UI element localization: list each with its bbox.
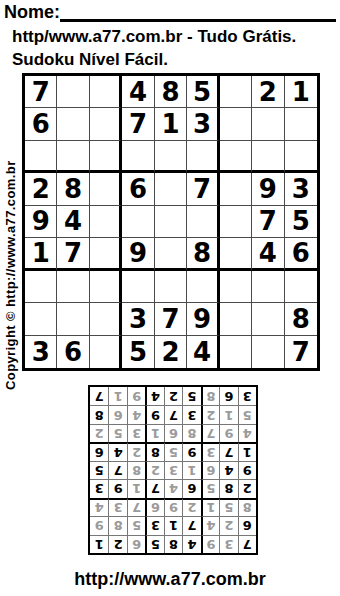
solution-cell-r7c6: 1 [145, 424, 163, 442]
cell-r9c3[interactable] [90, 336, 122, 368]
solution-cell-r4c8: 9 [108, 479, 126, 497]
solution-cell-r4c7: 1 [127, 479, 145, 497]
solution-cell-r4c2: 8 [219, 479, 237, 497]
cell-r8c6[interactable]: 9 [187, 303, 219, 335]
cell-r7c7[interactable] [220, 271, 252, 303]
solution-cell-r3c6: 6 [145, 498, 163, 516]
solution-cell-r6c8: 4 [108, 442, 126, 460]
cell-r7c3[interactable] [90, 271, 122, 303]
cell-r4c8[interactable]: 9 [252, 173, 284, 205]
difficulty-header: Sudoku Nível Fácil. [12, 50, 168, 70]
solution-cell-r9c1: 3 [238, 387, 256, 405]
solution-cell-r5c6: 2 [145, 461, 163, 479]
cell-r5c4[interactable] [122, 206, 154, 238]
solution-cell-r7c9: 2 [90, 424, 108, 442]
cell-r6c9[interactable]: 6 [285, 238, 317, 270]
solution-cell-r8c5: 7 [164, 405, 182, 423]
cell-r1c6[interactable]: 5 [187, 76, 219, 108]
cell-r1c2[interactable] [57, 76, 89, 108]
cell-r7c6[interactable] [187, 271, 219, 303]
solution-cell-r9c2: 6 [219, 387, 237, 405]
cell-r1c8[interactable]: 2 [252, 76, 284, 108]
solution-cell-r2c1: 6 [238, 516, 256, 534]
cell-r2c3[interactable] [90, 108, 122, 140]
solution-cell-r3c7: 7 [127, 498, 145, 516]
cell-r8c3[interactable] [90, 303, 122, 335]
cell-r6c8[interactable]: 4 [252, 238, 284, 270]
cell-r1c7[interactable] [220, 76, 252, 108]
solution-cell-r8c3: 2 [201, 405, 219, 423]
solution-cell-r3c4: 2 [182, 498, 200, 516]
cell-r7c4[interactable] [122, 271, 154, 303]
cell-r8c9[interactable]: 8 [285, 303, 317, 335]
solution-cell-r6c6: 8 [145, 442, 163, 460]
solution-cell-r7c5: 6 [164, 424, 182, 442]
solution-cell-r8c1: 5 [238, 405, 256, 423]
cell-r9c6[interactable]: 4 [187, 336, 219, 368]
solution-cell-r1c6: 5 [145, 535, 163, 553]
solution-cell-r2c2: 2 [219, 516, 237, 534]
cell-r4c2[interactable]: 8 [57, 173, 89, 205]
cell-r2c9[interactable] [285, 108, 317, 140]
solution-cell-r7c8: 5 [108, 424, 126, 442]
solution-cell-r7c3: 7 [201, 424, 219, 442]
solution-cell-r5c2: 4 [219, 461, 237, 479]
solution-cell-r4c3: 5 [201, 479, 219, 497]
site-header: http/www.a77.com.br - Tudo Grátis. [12, 27, 296, 47]
cell-r8c1[interactable] [25, 303, 57, 335]
cell-r6c4[interactable]: 9 [122, 238, 154, 270]
solution-cell-r2c9: 9 [90, 516, 108, 534]
solution-cell-r9c8: 1 [108, 387, 126, 405]
cell-r8c7[interactable] [220, 303, 252, 335]
solution-cell-r4c1: 2 [238, 479, 256, 497]
solution-cell-r1c4: 4 [182, 535, 200, 553]
sudoku-printable-page: Nome: http/www.a77.com.br - Tudo Grátis.… [0, 0, 340, 596]
cell-r3c3[interactable] [90, 141, 122, 173]
solution-cell-r8c7: 4 [127, 405, 145, 423]
cell-r6c7[interactable] [220, 238, 252, 270]
cell-r5c3[interactable] [90, 206, 122, 238]
cell-r4c6[interactable]: 7 [187, 173, 219, 205]
solution-cell-r1c7: 6 [127, 535, 145, 553]
cell-r7c8[interactable] [252, 271, 284, 303]
cell-r4c7[interactable] [220, 173, 252, 205]
cell-r9c7[interactable] [220, 336, 252, 368]
cell-r7c9[interactable] [285, 271, 317, 303]
cell-r6c1[interactable]: 1 [25, 238, 57, 270]
cell-r5c5[interactable] [155, 206, 187, 238]
cell-r9c5[interactable]: 2 [155, 336, 187, 368]
cell-r9c1[interactable]: 3 [25, 336, 57, 368]
name-fill-in-line [60, 19, 336, 22]
cell-r2c1[interactable]: 6 [25, 108, 57, 140]
cell-r9c9[interactable]: 7 [285, 336, 317, 368]
solution-cell-r3c9: 4 [90, 498, 108, 516]
solution-cell-r6c4: 9 [182, 442, 200, 460]
solution-cell-r2c8: 8 [108, 516, 126, 534]
solution-cell-r7c2: 9 [219, 424, 237, 442]
sudoku-solution-grid: 7394856216247135898512967342856471939461… [88, 385, 258, 555]
solution-cell-r4c4: 6 [182, 479, 200, 497]
solution-cell-r6c1: 1 [238, 442, 256, 460]
solution-cell-r7c7: 3 [127, 424, 145, 442]
cell-r2c5[interactable]: 1 [155, 108, 187, 140]
cell-r4c9[interactable]: 3 [285, 173, 317, 205]
cell-r3c8[interactable] [252, 141, 284, 173]
cell-r6c5[interactable] [155, 238, 187, 270]
cell-r3c5[interactable] [155, 141, 187, 173]
solution-cell-r3c3: 1 [201, 498, 219, 516]
solution-cell-r3c8: 3 [108, 498, 126, 516]
solution-cell-r8c4: 3 [182, 405, 200, 423]
cell-r1c1[interactable]: 7 [25, 76, 57, 108]
solution-cell-r3c5: 9 [164, 498, 182, 516]
cell-r3c7[interactable] [220, 141, 252, 173]
cell-r5c2[interactable]: 4 [57, 206, 89, 238]
solution-cell-r2c7: 5 [127, 516, 145, 534]
solution-cell-r9c9: 7 [90, 387, 108, 405]
solution-cell-r5c5: 3 [164, 461, 182, 479]
cell-r5c1[interactable]: 9 [25, 206, 57, 238]
cell-r5c8[interactable]: 7 [252, 206, 284, 238]
name-label: Nome: [4, 2, 60, 23]
cell-r9c2[interactable]: 6 [57, 336, 89, 368]
solution-cell-r2c6: 3 [145, 516, 163, 534]
solution-cell-r6c7: 2 [127, 442, 145, 460]
cell-r8c2[interactable] [57, 303, 89, 335]
solution-cell-r5c9: 5 [90, 461, 108, 479]
cell-r3c1[interactable] [25, 141, 57, 173]
solution-cell-r8c2: 1 [219, 405, 237, 423]
solution-cell-r6c2: 7 [219, 442, 237, 460]
solution-cell-r3c2: 5 [219, 498, 237, 516]
solution-cell-r3c1: 8 [238, 498, 256, 516]
cell-r6c2[interactable]: 7 [57, 238, 89, 270]
cell-r4c5[interactable] [155, 173, 187, 205]
solution-cell-r4c9: 3 [90, 479, 108, 497]
cell-r2c8[interactable] [252, 108, 284, 140]
solution-cell-r4c6: 7 [145, 479, 163, 497]
solution-cell-r1c8: 2 [108, 535, 126, 553]
cell-r6c3[interactable] [90, 238, 122, 270]
solution-cell-r5c4: 1 [182, 461, 200, 479]
solution-cell-r7c1: 4 [238, 424, 256, 442]
solution-cell-r5c1: 9 [238, 461, 256, 479]
solution-cell-r1c2: 3 [219, 535, 237, 553]
solution-cell-r2c4: 7 [182, 516, 200, 534]
cell-r8c4[interactable]: 3 [122, 303, 154, 335]
sudoku-puzzle-grid: 748521671328679394751798463798365247 [22, 73, 320, 371]
solution-cell-r8c8: 6 [108, 405, 126, 423]
cell-r2c4[interactable]: 7 [122, 108, 154, 140]
solution-cell-r6c5: 5 [164, 442, 182, 460]
solution-cell-r2c5: 1 [164, 516, 182, 534]
solution-cell-r5c8: 7 [108, 461, 126, 479]
cell-r7c2[interactable] [57, 271, 89, 303]
cell-r4c3[interactable] [90, 173, 122, 205]
cell-r9c8[interactable] [252, 336, 284, 368]
cell-r5c7[interactable] [220, 206, 252, 238]
solution-cell-r9c7: 9 [127, 387, 145, 405]
cell-r2c2[interactable] [57, 108, 89, 140]
cell-r6c6[interactable]: 8 [187, 238, 219, 270]
cell-r8c5[interactable]: 7 [155, 303, 187, 335]
cell-r2c7[interactable] [220, 108, 252, 140]
cell-r1c3[interactable] [90, 76, 122, 108]
solution-cell-r9c5: 2 [164, 387, 182, 405]
cell-r3c4[interactable] [122, 141, 154, 173]
solution-cell-r5c3: 6 [201, 461, 219, 479]
solution-cell-r9c4: 5 [182, 387, 200, 405]
cell-r3c6[interactable] [187, 141, 219, 173]
cell-r3c9[interactable] [285, 141, 317, 173]
cell-r9c4[interactable]: 5 [122, 336, 154, 368]
solution-cell-r1c9: 1 [90, 535, 108, 553]
cell-r8c8[interactable] [252, 303, 284, 335]
cell-r1c4[interactable]: 4 [122, 76, 154, 108]
solution-cell-r9c6: 4 [145, 387, 163, 405]
cell-r5c6[interactable] [187, 206, 219, 238]
cell-r7c5[interactable] [155, 271, 187, 303]
cell-r4c1[interactable]: 2 [25, 173, 57, 205]
cell-r1c9[interactable]: 1 [285, 76, 317, 108]
solution-cell-r4c5: 4 [164, 479, 182, 497]
cell-r4c4[interactable]: 6 [122, 173, 154, 205]
solution-cell-r7c4: 8 [182, 424, 200, 442]
solution-cell-r9c3: 8 [201, 387, 219, 405]
solution-cell-r6c3: 3 [201, 442, 219, 460]
solution-cell-r1c3: 9 [201, 535, 219, 553]
solution-cell-r1c5: 8 [164, 535, 182, 553]
solution-cell-r5c7: 8 [127, 461, 145, 479]
cell-r2c6[interactable]: 3 [187, 108, 219, 140]
solution-cell-r2c3: 4 [201, 516, 219, 534]
solution-cell-r8c9: 8 [90, 405, 108, 423]
cell-r1c5[interactable]: 8 [155, 76, 187, 108]
solution-cell-r8c6: 9 [145, 405, 163, 423]
solution-cell-r6c9: 6 [90, 442, 108, 460]
footer-url: http://www.a77.com.br [0, 569, 340, 590]
cell-r3c2[interactable] [57, 141, 89, 173]
cell-r7c1[interactable] [25, 271, 57, 303]
cell-r5c9[interactable]: 5 [285, 206, 317, 238]
solution-cell-r1c1: 7 [238, 535, 256, 553]
